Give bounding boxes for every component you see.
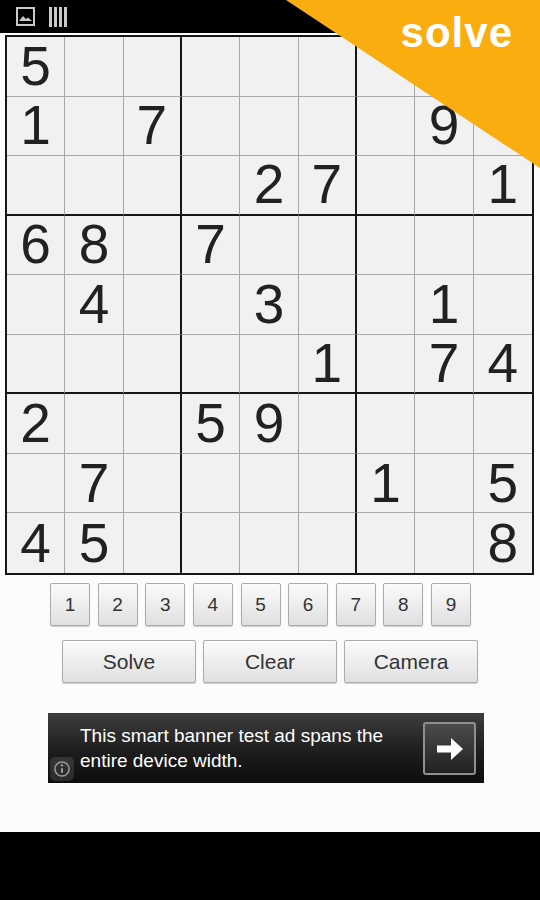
cell-r3c6[interactable]: 7: [299, 156, 357, 216]
cell-r6c3[interactable]: [124, 335, 182, 395]
cell-r8c4[interactable]: [182, 454, 240, 514]
cell-r3c7[interactable]: [357, 156, 415, 216]
cell-r1c2[interactable]: [65, 37, 123, 97]
cell-r9c3[interactable]: [124, 513, 182, 573]
cell-r6c7[interactable]: [357, 335, 415, 395]
numpad-key-3[interactable]: 3: [145, 583, 185, 626]
cell-r3c8[interactable]: [415, 156, 473, 216]
cell-r2c4[interactable]: [182, 97, 240, 157]
cell-r4c7[interactable]: [357, 216, 415, 276]
cell-r7c8[interactable]: [415, 394, 473, 454]
ad-info-badge[interactable]: [50, 757, 74, 781]
cell-r7c5[interactable]: 9: [240, 394, 298, 454]
cell-r2c8[interactable]: 9: [415, 97, 473, 157]
cell-r6c2[interactable]: [65, 335, 123, 395]
cell-r3c9[interactable]: 1: [474, 156, 532, 216]
cell-r6c5[interactable]: [240, 335, 298, 395]
cell-r7c7[interactable]: [357, 394, 415, 454]
cell-r7c9[interactable]: [474, 394, 532, 454]
cell-r4c8[interactable]: [415, 216, 473, 276]
cell-r4c1[interactable]: 6: [7, 216, 65, 276]
ad-banner[interactable]: This smart banner test ad spans the enti…: [48, 713, 484, 783]
cell-r1c7[interactable]: [357, 37, 415, 97]
cell-r2c3[interactable]: 7: [124, 97, 182, 157]
numpad-key-9[interactable]: 9: [431, 583, 471, 626]
cell-r9c4[interactable]: [182, 513, 240, 573]
cell-r8c5[interactable]: [240, 454, 298, 514]
arrow-right-icon: [433, 732, 467, 766]
cell-r6c9[interactable]: 4: [474, 335, 532, 395]
cell-r8c1[interactable]: [7, 454, 65, 514]
cell-r5c9[interactable]: [474, 275, 532, 335]
cell-r3c5[interactable]: 2: [240, 156, 298, 216]
cell-r5c1[interactable]: [7, 275, 65, 335]
cell-r4c6[interactable]: [299, 216, 357, 276]
cell-r2c1[interactable]: 1: [7, 97, 65, 157]
info-icon: [52, 759, 72, 779]
cell-r5c5[interactable]: 3: [240, 275, 298, 335]
cell-r2c2[interactable]: [65, 97, 123, 157]
cell-r1c6[interactable]: [299, 37, 357, 97]
cell-r7c1[interactable]: 2: [7, 394, 65, 454]
sudoku-board: 5179271687431174259715458: [5, 35, 534, 575]
cell-r8c7[interactable]: 1: [357, 454, 415, 514]
numpad-key-1[interactable]: 1: [50, 583, 90, 626]
cell-r1c1[interactable]: 5: [7, 37, 65, 97]
cell-r3c2[interactable]: [65, 156, 123, 216]
cell-r5c2[interactable]: 4: [65, 275, 123, 335]
solve-button[interactable]: Solve: [62, 640, 196, 683]
cell-r9c7[interactable]: [357, 513, 415, 573]
android-nav-bar: [0, 832, 540, 900]
cell-r9c8[interactable]: [415, 513, 473, 573]
cell-r1c4[interactable]: [182, 37, 240, 97]
cell-r2c7[interactable]: [357, 97, 415, 157]
cell-r7c4[interactable]: 5: [182, 394, 240, 454]
cell-r4c4[interactable]: 7: [182, 216, 240, 276]
cell-r2c5[interactable]: [240, 97, 298, 157]
cell-r8c6[interactable]: [299, 454, 357, 514]
cell-r4c3[interactable]: [124, 216, 182, 276]
cell-r1c3[interactable]: [124, 37, 182, 97]
cell-r1c5[interactable]: [240, 37, 298, 97]
ad-cta-button[interactable]: [423, 722, 476, 775]
cell-r9c1[interactable]: 4: [7, 513, 65, 573]
cell-r8c9[interactable]: 5: [474, 454, 532, 514]
cell-r9c9[interactable]: 8: [474, 513, 532, 573]
cell-r5c7[interactable]: [357, 275, 415, 335]
cell-r7c6[interactable]: [299, 394, 357, 454]
cell-r4c2[interactable]: 8: [65, 216, 123, 276]
cell-r5c4[interactable]: [182, 275, 240, 335]
cell-r2c9[interactable]: [474, 97, 532, 157]
cell-r1c8[interactable]: [415, 37, 473, 97]
cell-r9c6[interactable]: [299, 513, 357, 573]
cell-r6c4[interactable]: [182, 335, 240, 395]
cell-r5c6[interactable]: [299, 275, 357, 335]
usage-bars-icon: [49, 7, 67, 27]
camera-button[interactable]: Camera: [344, 640, 478, 683]
cell-r7c2[interactable]: [65, 394, 123, 454]
cell-r4c5[interactable]: [240, 216, 298, 276]
numpad-key-7[interactable]: 7: [336, 583, 376, 626]
numpad-key-4[interactable]: 4: [193, 583, 233, 626]
cell-r9c5[interactable]: [240, 513, 298, 573]
cell-r7c3[interactable]: [124, 394, 182, 454]
number-pad: 123456789: [50, 583, 471, 626]
cell-r9c2[interactable]: 5: [65, 513, 123, 573]
cell-r4c9[interactable]: [474, 216, 532, 276]
ad-text-line1: This smart banner test ad spans the: [80, 723, 383, 748]
cell-r6c8[interactable]: 7: [415, 335, 473, 395]
cell-r5c3[interactable]: [124, 275, 182, 335]
ad-text-line2: entire device width.: [80, 748, 383, 773]
cell-r8c8[interactable]: [415, 454, 473, 514]
cell-r1c9[interactable]: [474, 37, 532, 97]
numpad-key-5[interactable]: 5: [241, 583, 281, 626]
numpad-key-8[interactable]: 8: [383, 583, 423, 626]
cell-r6c1[interactable]: [7, 335, 65, 395]
cell-r3c4[interactable]: [182, 156, 240, 216]
cell-r3c3[interactable]: [124, 156, 182, 216]
cell-r8c3[interactable]: [124, 454, 182, 514]
cell-r3c1[interactable]: [7, 156, 65, 216]
cell-r8c2[interactable]: 7: [65, 454, 123, 514]
status-bar: [0, 0, 540, 33]
cell-r5c8[interactable]: 1: [415, 275, 473, 335]
image-notification-icon: [16, 7, 35, 26]
cell-r6c6[interactable]: 1: [299, 335, 357, 395]
ad-text: This smart banner test ad spans the enti…: [80, 723, 383, 773]
clear-button[interactable]: Clear: [203, 640, 337, 683]
cell-r2c6[interactable]: [299, 97, 357, 157]
action-buttons: SolveClearCamera: [62, 640, 478, 683]
numpad-key-6[interactable]: 6: [288, 583, 328, 626]
numpad-key-2[interactable]: 2: [98, 583, 138, 626]
